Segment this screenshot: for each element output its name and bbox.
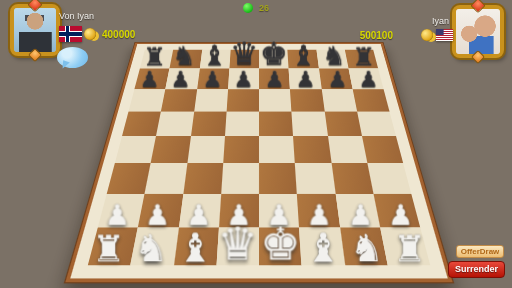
square-f6[interactable] [290,89,324,111]
coins-icon [84,28,96,40]
square-g7[interactable]: ♟ [319,69,353,89]
piece-white-king[interactable]: ♚ [260,222,300,267]
square-c4[interactable] [187,136,225,163]
usa-flag-icon [436,29,453,41]
square-a4[interactable] [115,136,156,163]
piece-black-king[interactable]: ♚ [260,38,288,69]
square-h1[interactable]: ♜ [380,227,430,265]
square-d8[interactable]: ♛ [229,50,259,69]
square-e4[interactable] [259,136,295,163]
piece-white-bishop[interactable]: ♝ [305,227,341,267]
square-a1[interactable]: ♜ [88,227,138,265]
piece-black-bishop[interactable]: ♝ [291,42,316,70]
square-g2[interactable]: ♟ [335,193,380,227]
piece-white-bishop[interactable]: ♝ [177,227,213,267]
square-g8[interactable]: ♞ [316,50,348,69]
piece-black-pawn[interactable]: ♟ [171,68,191,90]
square-d4[interactable] [223,136,259,163]
square-g3[interactable] [331,163,373,193]
left-player-name: Von Iyan [59,11,94,21]
square-c6[interactable] [194,89,228,111]
square-f4[interactable] [293,136,331,163]
piece-black-bishop[interactable]: ♝ [202,42,227,70]
square-c5[interactable] [191,111,227,136]
square-e3[interactable] [259,163,297,193]
left-player-avatar[interactable] [10,4,60,56]
square-h6[interactable] [352,89,389,111]
piece-black-knight[interactable]: ♞ [322,44,345,70]
square-h8[interactable]: ♜ [345,50,379,69]
piece-black-pawn[interactable]: ♟ [234,68,254,90]
piece-white-knight[interactable]: ♞ [350,230,384,268]
square-c2[interactable]: ♟ [178,193,221,227]
square-e5[interactable] [259,111,293,136]
square-b7[interactable]: ♟ [166,69,200,89]
left-player-photo [14,8,56,52]
move-timer: 26 [259,3,269,13]
square-a5[interactable] [122,111,161,136]
piece-white-pawn[interactable]: ♟ [388,201,413,229]
square-f5[interactable] [292,111,328,136]
square-a7[interactable]: ♟ [134,69,169,89]
piece-white-pawn[interactable]: ♟ [145,201,170,229]
right-player-name: Iyan [432,16,449,26]
square-g5[interactable] [324,111,362,136]
piece-white-pawn[interactable]: ♟ [105,201,130,229]
square-c7[interactable]: ♟ [197,69,229,89]
right-player-photo [456,9,500,54]
square-f3[interactable] [295,163,335,193]
square-b2[interactable]: ♟ [138,193,183,227]
square-e6[interactable] [259,89,292,111]
square-b1[interactable]: ♞ [131,227,179,265]
piece-black-pawn[interactable]: ♟ [140,68,160,90]
square-c8[interactable]: ♝ [199,50,230,69]
left-player-coins: 400000 [102,29,135,40]
piece-black-pawn[interactable]: ♟ [296,68,316,90]
square-f2[interactable]: ♟ [297,193,340,227]
turn-indicator-dot [243,3,253,13]
square-h4[interactable] [362,136,403,163]
square-d7[interactable]: ♟ [228,69,259,89]
square-h7[interactable]: ♟ [348,69,383,89]
piece-black-pawn[interactable]: ♟ [202,68,222,90]
square-h3[interactable] [367,163,411,193]
square-d5[interactable] [225,111,259,136]
square-d3[interactable] [221,163,259,193]
piece-white-knight[interactable]: ♞ [135,230,169,268]
square-b6[interactable] [161,89,197,111]
piece-black-pawn[interactable]: ♟ [358,68,378,90]
square-h2[interactable]: ♟ [373,193,420,227]
square-a2[interactable]: ♟ [98,193,145,227]
chat-bubble-icon[interactable] [57,47,88,68]
square-a6[interactable] [129,89,166,111]
square-f8[interactable]: ♝ [288,50,319,69]
coins-icon [421,29,433,41]
piece-black-queen[interactable]: ♛ [230,38,258,69]
square-a3[interactable] [107,163,151,193]
square-b3[interactable] [145,163,187,193]
right-player-avatar[interactable] [452,5,504,58]
piece-black-knight[interactable]: ♞ [173,44,196,70]
square-a8[interactable]: ♜ [140,50,174,69]
square-c1[interactable]: ♝ [173,227,218,265]
square-h5[interactable] [357,111,396,136]
square-e1[interactable]: ♚ [259,227,302,265]
square-b5[interactable] [156,111,194,136]
surrender-button[interactable]: Surrender [448,261,505,278]
board-scene: ♜♞♝♛♚♝♞♜♟♟♟♟♟♟♟♟♟♟♟♟♟♟♟♟♜♞♝♛♚♝♞♜ [0,0,512,288]
piece-white-queen[interactable]: ♛ [217,222,257,267]
norway-flag-icon [59,26,82,42]
square-e7[interactable]: ♟ [259,69,290,89]
piece-black-pawn[interactable]: ♟ [265,68,285,90]
square-b8[interactable]: ♞ [170,50,202,69]
square-b4[interactable] [151,136,191,163]
square-d1[interactable]: ♛ [216,227,259,265]
square-g6[interactable] [321,89,357,111]
offer-draw-button[interactable]: OfferDraw [456,245,504,258]
square-g1[interactable]: ♞ [340,227,388,265]
square-g4[interactable] [328,136,368,163]
square-d6[interactable] [226,89,259,111]
square-c3[interactable] [183,163,223,193]
chess-board: ♜♞♝♛♚♝♞♜♟♟♟♟♟♟♟♟♟♟♟♟♟♟♟♟♜♞♝♛♚♝♞♜ [65,43,452,283]
piece-black-pawn[interactable]: ♟ [327,68,347,90]
piece-white-rook[interactable]: ♜ [92,231,125,267]
piece-white-pawn[interactable]: ♟ [347,201,372,229]
piece-white-rook[interactable]: ♜ [393,231,426,267]
square-f1[interactable]: ♝ [299,227,344,265]
right-player-coins: 500100 [360,30,393,41]
square-e8[interactable]: ♚ [259,50,289,69]
square-f7[interactable]: ♟ [289,69,321,89]
